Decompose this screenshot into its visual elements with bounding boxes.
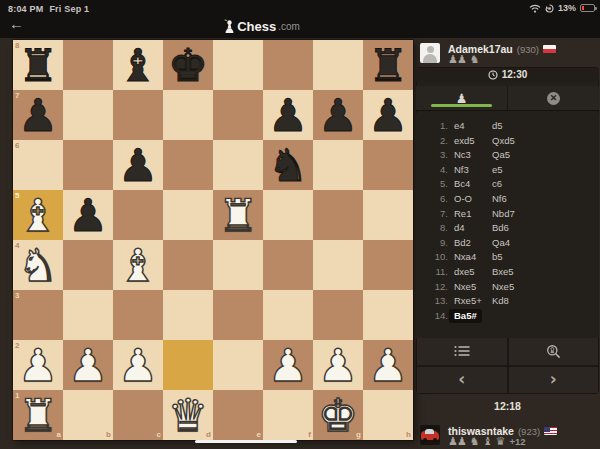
circle-x-icon: ✕ <box>547 92 560 105</box>
move-number: 7. <box>420 207 448 222</box>
square-g8[interactable] <box>313 40 363 90</box>
square-g4[interactable] <box>313 240 363 290</box>
black-move[interactable]: e5 <box>492 163 503 178</box>
square-c5[interactable] <box>113 190 163 240</box>
black-pawn: ♟ <box>363 90 413 140</box>
file-label: b <box>106 430 111 439</box>
black-move[interactable]: Qxd5 <box>492 134 515 149</box>
captured-knight-icon: ♞ <box>470 436 480 447</box>
black-pawn: ♟ <box>313 90 363 140</box>
move-number: 3. <box>420 148 448 163</box>
wifi-icon <box>529 4 541 13</box>
analysis-button[interactable] <box>509 338 599 365</box>
square-a1[interactable]: 1a♜ <box>13 390 63 440</box>
square-g2[interactable]: ♟ <box>313 340 363 390</box>
move-row: 8.d4Bd6 <box>416 221 599 236</box>
square-e7[interactable] <box>213 90 263 140</box>
chess-board[interactable]: 8♜♝♚♜7♟♟♟♟6♟♞5♝♟♜4♞♝32♟♟♟♟♟♟1a♜bcd♛efg♚h <box>13 40 413 440</box>
square-g5[interactable] <box>313 190 363 240</box>
captured-pawn-icon: ♟ <box>457 54 467 65</box>
white-move[interactable]: Nc3 <box>454 148 471 163</box>
move-row: 7.Re1Nbd7 <box>416 207 599 222</box>
move-row: 4.Nf3e5 <box>416 163 599 178</box>
square-f3[interactable] <box>263 290 313 340</box>
black-move[interactable]: Nxe5 <box>492 280 514 295</box>
square-e1[interactable]: e <box>213 390 263 440</box>
square-b7[interactable] <box>63 90 113 140</box>
black-rook: ♜ <box>13 40 63 90</box>
player-bottom[interactable]: thiswasntake (923) ♟♟♞♝♛+12 <box>420 424 600 448</box>
white-knight: ♞ <box>13 240 63 290</box>
black-bishop: ♝ <box>113 40 163 90</box>
square-h4[interactable] <box>363 240 413 290</box>
square-a8[interactable]: 8♜ <box>13 40 63 90</box>
magnifier-icon <box>546 344 561 359</box>
player-top-captured: ♟♟♞ <box>448 54 479 65</box>
square-f8[interactable] <box>263 40 313 90</box>
square-g3[interactable] <box>313 290 363 340</box>
player-bottom-rating: (923) <box>518 426 540 437</box>
white-move[interactable]: Bd2 <box>454 236 471 251</box>
move-number: 9. <box>420 236 448 251</box>
white-move[interactable]: Rxe5+ <box>454 294 482 309</box>
square-e3[interactable] <box>213 290 263 340</box>
white-move[interactable]: Nf3 <box>454 163 469 178</box>
black-move[interactable]: c6 <box>492 177 502 192</box>
white-move[interactable]: O-O <box>454 192 472 207</box>
square-a3[interactable]: 3 <box>13 290 63 340</box>
move-number: 2. <box>420 134 448 149</box>
white-queen: ♛ <box>163 390 213 440</box>
clock-bottom-time: 12:18 <box>494 400 521 412</box>
white-pawn: ♟ <box>113 340 163 390</box>
move-row: 6.O-ONf6 <box>416 192 599 207</box>
white-move[interactable]: Nxe5 <box>454 280 476 295</box>
square-e8[interactable] <box>213 40 263 90</box>
active-tab-indicator <box>431 104 492 107</box>
rotation-lock-icon <box>545 4 554 13</box>
white-rook: ♜ <box>13 390 63 440</box>
clock-icon <box>488 70 498 80</box>
square-b6[interactable] <box>63 140 113 190</box>
panel-tabs: ♟ ✕ <box>416 86 599 111</box>
player-bottom-avatar[interactable] <box>420 425 440 445</box>
move-row: 1.e4d5 <box>416 119 599 134</box>
white-king: ♚ <box>313 390 363 440</box>
square-c6[interactable]: ♟ <box>113 140 163 190</box>
square-e4[interactable] <box>213 240 263 290</box>
square-h7[interactable]: ♟ <box>363 90 413 140</box>
square-h3[interactable] <box>363 290 413 340</box>
square-f2[interactable]: ♟ <box>263 340 313 390</box>
black-pawn: ♟ <box>113 140 163 190</box>
move-row: 3.Nc3Qa5 <box>416 148 599 163</box>
captured-bishop-icon: ♝ <box>483 436 493 447</box>
square-h5[interactable] <box>363 190 413 240</box>
move-row: 2.exd5Qxd5 <box>416 134 599 149</box>
move-number: 8. <box>420 221 448 236</box>
chesscom-logo: Chess.com <box>0 19 600 38</box>
rank-label: 3 <box>15 291 19 300</box>
us-flag-icon <box>544 427 557 435</box>
square-f4[interactable] <box>263 240 313 290</box>
logo-pawn-icon <box>224 19 235 34</box>
poland-flag-icon <box>543 45 556 53</box>
square-b1[interactable]: b <box>63 390 113 440</box>
captured-pawn-icon: ♟ <box>457 436 467 447</box>
move-row: 14.Ba5# <box>416 309 599 324</box>
game-controls: ‹ › <box>417 338 598 393</box>
square-a5[interactable]: 5♝ <box>13 190 63 240</box>
pawn-icon: ♟ <box>456 92 468 105</box>
black-rook: ♜ <box>363 40 413 90</box>
square-e5[interactable]: ♜ <box>213 190 263 240</box>
black-move[interactable]: Bxe5 <box>492 265 514 280</box>
move-number: 12. <box>420 280 448 295</box>
move-list-icon <box>454 345 470 357</box>
next-move-button[interactable]: › <box>509 367 599 394</box>
captured-knight-icon: ♞ <box>470 54 480 65</box>
app-screen: 8:04 PMFri Sep 1 13% ← <box>0 0 600 449</box>
logo-text: Chess <box>237 19 276 34</box>
black-knight: ♞ <box>263 140 313 190</box>
white-move[interactable]: exd5 <box>454 134 475 149</box>
black-move[interactable]: d5 <box>492 119 503 134</box>
player-bottom-captured: ♟♟♞♝♛+12 <box>448 436 526 447</box>
white-bishop: ♝ <box>113 240 163 290</box>
move-number: 4. <box>420 163 448 178</box>
square-b3[interactable] <box>63 290 113 340</box>
player-top-rating: (930) <box>517 44 539 55</box>
move-number: 11. <box>420 265 448 280</box>
black-move[interactable]: Nbd7 <box>492 207 515 222</box>
white-move[interactable]: e4 <box>454 119 465 134</box>
tab-chat-disabled[interactable]: ✕ <box>507 86 599 110</box>
square-d8[interactable]: ♚ <box>163 40 213 90</box>
battery-percent: 13% <box>558 3 576 13</box>
square-c1[interactable]: c <box>113 390 163 440</box>
square-c7[interactable] <box>113 90 163 140</box>
prev-move-button[interactable]: ‹ <box>417 367 507 394</box>
home-indicator[interactable] <box>195 440 297 443</box>
square-f7[interactable]: ♟ <box>263 90 313 140</box>
square-b4[interactable] <box>63 240 113 290</box>
move-number: 13. <box>420 294 448 309</box>
status-bar: 8:04 PMFri Sep 1 13% <box>0 0 600 18</box>
move-row: 12.Nxe5Nxe5 <box>416 280 599 295</box>
square-g7[interactable]: ♟ <box>313 90 363 140</box>
material-advantage: +12 <box>509 436 525 447</box>
square-c8[interactable]: ♝ <box>113 40 163 90</box>
file-label: e <box>257 430 261 439</box>
square-a6[interactable]: 6 <box>13 140 63 190</box>
white-pawn: ♟ <box>363 340 413 390</box>
tab-moves[interactable]: ♟ <box>416 86 507 110</box>
black-move[interactable]: Nf6 <box>492 192 507 207</box>
square-a4[interactable]: 4♞ <box>13 240 63 290</box>
black-pawn: ♟ <box>13 90 63 140</box>
black-king: ♚ <box>163 40 213 90</box>
white-pawn: ♟ <box>313 340 363 390</box>
square-h6[interactable] <box>363 140 413 190</box>
move-list-button[interactable] <box>417 338 507 365</box>
status-time: 8:04 PM <box>8 4 43 14</box>
clock-top-time: 12:30 <box>502 69 528 80</box>
square-f6[interactable]: ♞ <box>263 140 313 190</box>
square-b8[interactable] <box>63 40 113 90</box>
square-a2[interactable]: 2♟ <box>13 340 63 390</box>
black-move[interactable]: Bd6 <box>492 221 509 236</box>
clock-bottom: 12:18 <box>416 400 599 412</box>
white-move[interactable]: Re1 <box>454 207 471 222</box>
white-move[interactable]: Bc4 <box>454 177 470 192</box>
square-d6[interactable] <box>163 140 213 190</box>
square-a7[interactable]: 7♟ <box>13 90 63 140</box>
logo-suffix: .com <box>278 21 300 32</box>
black-move[interactable]: Kd8 <box>492 294 509 309</box>
file-label: f <box>308 430 311 439</box>
square-e2[interactable] <box>213 340 263 390</box>
square-d3[interactable] <box>163 290 213 340</box>
black-move[interactable]: Qa5 <box>492 148 510 163</box>
black-move[interactable]: Qa4 <box>492 236 510 251</box>
rank-label: 6 <box>15 141 19 150</box>
white-bishop: ♝ <box>13 190 63 240</box>
square-b5[interactable]: ♟ <box>63 190 113 240</box>
status-date: Fri Sep 1 <box>49 4 89 14</box>
move-row: 5.Bc4c6 <box>416 177 599 192</box>
square-c3[interactable] <box>113 290 163 340</box>
file-label: c <box>157 430 161 439</box>
square-h2[interactable]: ♟ <box>363 340 413 390</box>
white-pawn: ♟ <box>63 340 113 390</box>
white-move[interactable]: Ba5# <box>449 309 482 324</box>
square-c2[interactable]: ♟ <box>113 340 163 390</box>
battery-icon <box>580 4 595 12</box>
black-move[interactable]: b5 <box>492 250 503 265</box>
square-f1[interactable]: f <box>263 390 313 440</box>
move-row: 9.Bd2Qa4 <box>416 236 599 251</box>
square-d2[interactable] <box>163 340 213 390</box>
square-d1[interactable]: d♛ <box>163 390 213 440</box>
move-number: 6. <box>420 192 448 207</box>
square-e6[interactable] <box>213 140 263 190</box>
captured-queen-icon: ♛ <box>496 436 506 447</box>
move-list: 1.e4d52.exd5Qxd53.Nc3Qa54.Nf3e55.Bc4c66.… <box>416 113 599 338</box>
square-h1[interactable]: h <box>363 390 413 440</box>
square-f5[interactable] <box>263 190 313 240</box>
move-number: 5. <box>420 177 448 192</box>
square-g6[interactable] <box>313 140 363 190</box>
file-label: h <box>406 430 411 439</box>
square-h8[interactable]: ♜ <box>363 40 413 90</box>
white-move[interactable]: d4 <box>454 221 465 236</box>
white-move[interactable]: dxe5 <box>454 265 475 280</box>
square-d4[interactable] <box>163 240 213 290</box>
move-row: 10.Nxa4b5 <box>416 250 599 265</box>
move-number: 10. <box>420 250 448 265</box>
move-row: 11.dxe5Bxe5 <box>416 265 599 280</box>
black-pawn: ♟ <box>63 190 113 240</box>
player-top-avatar[interactable] <box>420 43 440 63</box>
white-rook: ♜ <box>213 190 263 240</box>
square-b2[interactable]: ♟ <box>63 340 113 390</box>
player-top[interactable]: Adamek17au (930) ♟♟♞ <box>420 42 600 66</box>
move-number: 14. <box>420 309 448 324</box>
white-pawn: ♟ <box>263 340 313 390</box>
move-number: 1. <box>420 119 448 134</box>
square-g1[interactable]: g♚ <box>313 390 363 440</box>
white-pawn: ♟ <box>13 340 63 390</box>
black-pawn: ♟ <box>263 90 313 140</box>
move-row: 13.Rxe5+Kd8 <box>416 294 599 309</box>
square-d7[interactable] <box>163 90 213 140</box>
clock-top: 12:30 <box>416 68 599 81</box>
square-d5[interactable] <box>163 190 213 240</box>
white-move[interactable]: Nxa4 <box>454 250 476 265</box>
square-c4[interactable]: ♝ <box>113 240 163 290</box>
